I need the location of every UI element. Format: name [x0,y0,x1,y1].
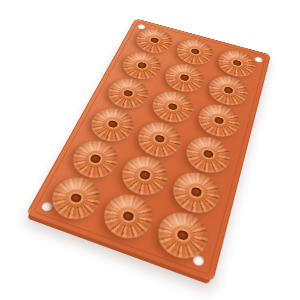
cavity-grid [27,19,270,281]
mold-cavity [152,207,213,266]
product-photo [0,0,300,300]
mold-cavity [194,100,243,142]
mold-cavity [97,189,159,246]
baking-mold [27,19,270,281]
mold-cavity [44,172,107,226]
mold-cavity [168,167,225,219]
mold-cavity [181,132,234,179]
